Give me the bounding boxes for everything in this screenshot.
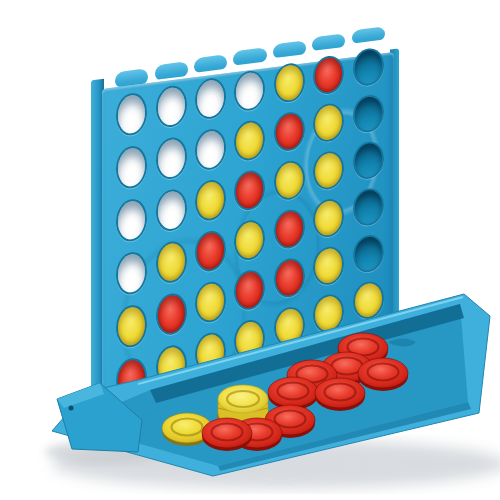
connect-four-board xyxy=(102,37,394,412)
board-cell-r3c1 xyxy=(112,191,151,249)
board-cell-r1c3 xyxy=(191,70,230,126)
yellow-disc xyxy=(276,161,303,199)
hole xyxy=(116,250,147,296)
board-cell-r5c3 xyxy=(191,274,230,330)
hole xyxy=(156,291,187,336)
board-cell-r1c2 xyxy=(151,77,190,134)
board-cell-r1c4 xyxy=(230,63,269,118)
empty-hole xyxy=(355,48,382,85)
board-column-5 xyxy=(270,40,309,356)
hole xyxy=(116,356,147,402)
yellow-disc xyxy=(197,180,224,220)
hole xyxy=(156,343,187,388)
board-cell-r5c1 xyxy=(112,297,151,355)
yellow-disc xyxy=(315,151,342,189)
hole xyxy=(195,127,226,171)
red-disc xyxy=(118,358,145,399)
hole xyxy=(195,279,226,323)
hole xyxy=(234,168,265,211)
board-cell-r6c2 xyxy=(151,337,190,394)
board-column-3 xyxy=(191,54,230,383)
board-cell-r1c1 xyxy=(112,85,151,143)
red-disc xyxy=(236,170,263,209)
hole xyxy=(313,292,344,334)
red-disc xyxy=(276,112,303,150)
hole xyxy=(234,118,265,161)
hole xyxy=(353,186,384,227)
empty-hole xyxy=(355,95,382,132)
yellow-disc xyxy=(197,332,224,372)
board-column-4 xyxy=(230,47,269,370)
hole xyxy=(116,197,147,243)
scallop-bump xyxy=(115,68,148,87)
board-cell-r5c4 xyxy=(230,262,269,317)
board-cell-r2c1 xyxy=(112,138,151,196)
board-cell-r1c5 xyxy=(270,55,309,109)
yellow-disc xyxy=(315,246,342,284)
hole xyxy=(195,76,226,120)
empty-hole xyxy=(118,252,145,293)
board-cell-r3c5 xyxy=(270,153,309,207)
floor-shadow xyxy=(52,439,500,489)
empty-hole xyxy=(197,78,224,118)
hole xyxy=(156,239,187,284)
tray-disc-yellow xyxy=(162,413,212,446)
yellow-disc xyxy=(236,220,263,259)
yellow-disc xyxy=(236,320,263,359)
empty-hole xyxy=(158,138,185,179)
hole xyxy=(353,93,384,134)
empty-hole xyxy=(118,199,145,240)
yellow-disc xyxy=(158,241,185,282)
hole xyxy=(353,279,384,320)
board-column-2 xyxy=(151,61,190,397)
empty-hole xyxy=(158,189,185,230)
board-cell-r1c6 xyxy=(309,48,348,101)
board-cell-r3c6 xyxy=(309,144,348,197)
hole xyxy=(274,159,305,202)
hole xyxy=(353,139,384,180)
board-cell-r6c3 xyxy=(191,325,230,381)
hole xyxy=(195,178,226,222)
hole xyxy=(156,187,187,232)
hole xyxy=(274,61,305,104)
yellow-disc xyxy=(236,120,263,159)
hole xyxy=(313,54,344,96)
hole xyxy=(234,218,265,261)
board-cell-r6c5 xyxy=(270,299,309,353)
board-column-1 xyxy=(112,68,151,411)
tray-disc-red xyxy=(232,418,282,451)
tray-disc-red xyxy=(265,405,315,438)
board-cell-r5c2 xyxy=(151,285,190,342)
connect-four-photo xyxy=(0,0,500,500)
board-cell-r2c6 xyxy=(309,96,348,149)
board-cell-r4c5 xyxy=(270,202,309,256)
hole xyxy=(116,91,147,137)
board-cell-r4c3 xyxy=(191,223,230,279)
red-disc xyxy=(197,231,224,271)
hole xyxy=(274,207,305,250)
board-cell-r6c7 xyxy=(349,274,388,326)
hole xyxy=(313,197,344,239)
board-cell-r4c7 xyxy=(349,181,388,233)
hole xyxy=(313,149,344,191)
board-cell-r2c7 xyxy=(349,87,388,139)
board-cell-r4c4 xyxy=(230,212,269,267)
empty-hole xyxy=(197,129,224,169)
board-cell-r3c2 xyxy=(151,181,190,238)
empty-hole xyxy=(158,86,185,127)
hole xyxy=(313,101,344,143)
board-cell-r6c4 xyxy=(230,312,269,367)
board-cell-r5c7 xyxy=(349,227,388,279)
empty-hole xyxy=(236,71,263,110)
yellow-disc xyxy=(315,294,342,332)
board-cell-r3c4 xyxy=(230,162,269,217)
foot-hole xyxy=(69,406,74,411)
empty-hole xyxy=(118,146,145,187)
yellow-disc xyxy=(315,199,342,237)
yellow-disc xyxy=(158,345,185,386)
board-cell-r3c7 xyxy=(349,134,388,186)
hole xyxy=(116,144,147,190)
hole xyxy=(234,318,265,361)
yellow-disc xyxy=(276,63,303,101)
board-cell-r6c6 xyxy=(309,287,348,340)
hole xyxy=(116,303,147,349)
board-cell-r1c7 xyxy=(349,41,388,93)
board-cell-r2c5 xyxy=(270,104,309,158)
red-disc xyxy=(236,270,263,309)
foot-shadow xyxy=(45,440,165,464)
board-cell-r4c2 xyxy=(151,233,190,290)
hole xyxy=(274,256,305,299)
empty-hole xyxy=(355,141,382,178)
yellow-disc xyxy=(276,307,303,345)
empty-hole xyxy=(355,188,382,225)
scallop-bump xyxy=(155,61,188,80)
board-cell-r3c3 xyxy=(191,172,230,228)
tray-disc-red xyxy=(202,418,252,451)
board-cell-r2c3 xyxy=(191,121,230,177)
board-cell-r6c1 xyxy=(112,350,151,408)
hole xyxy=(195,330,226,374)
yellow-disc xyxy=(118,305,145,346)
board-grid xyxy=(112,38,388,411)
red-disc xyxy=(158,293,185,334)
board-cell-r2c2 xyxy=(151,129,190,186)
hole xyxy=(353,233,384,274)
hole xyxy=(156,135,187,180)
hole xyxy=(274,110,305,153)
tray-front-lip xyxy=(218,402,471,471)
board-cell-r4c6 xyxy=(309,191,348,244)
red-disc xyxy=(315,56,342,94)
board-cell-r5c6 xyxy=(309,239,348,292)
red-disc xyxy=(276,209,303,247)
board-cell-r5c5 xyxy=(270,251,309,305)
yellow-disc xyxy=(315,103,342,141)
hole xyxy=(156,83,187,128)
hole xyxy=(234,68,265,111)
board-column-7 xyxy=(349,26,388,328)
hole xyxy=(195,229,226,273)
board-cell-r2c4 xyxy=(230,113,269,168)
hole xyxy=(353,46,384,87)
hole xyxy=(274,305,305,348)
hole xyxy=(313,244,344,286)
red-disc xyxy=(276,258,303,296)
yellow-disc xyxy=(355,281,382,318)
empty-hole xyxy=(355,235,382,272)
scallop-bump xyxy=(194,54,227,73)
board-column-6 xyxy=(309,33,348,342)
board-cell-r4c1 xyxy=(112,244,151,302)
yellow-disc xyxy=(197,282,224,322)
hole xyxy=(234,268,265,311)
empty-hole xyxy=(118,93,145,134)
